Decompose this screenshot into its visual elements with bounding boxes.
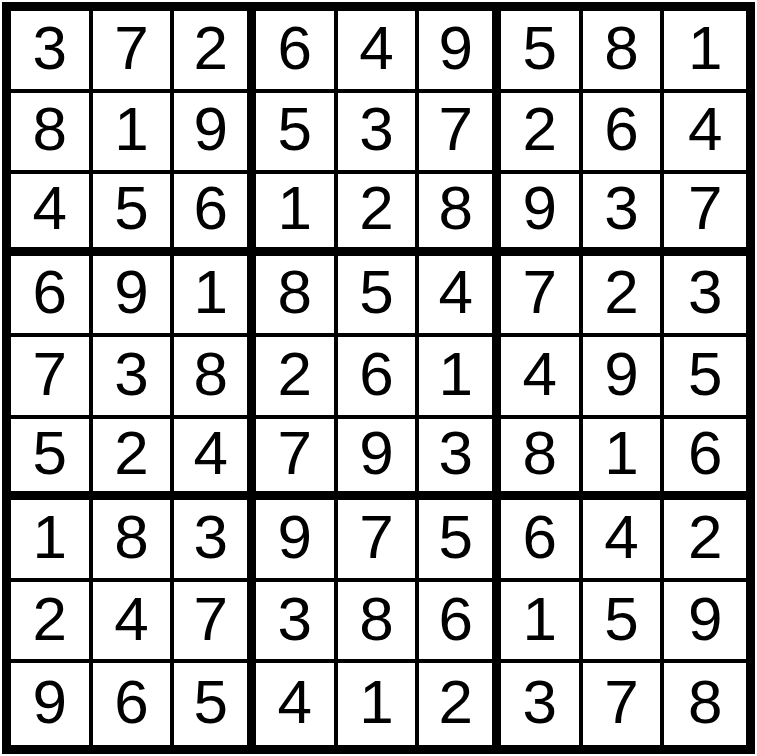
sudoku-cell-r6c6[interactable]: 3 [419,419,501,501]
sudoku-cell-r8c2[interactable]: 4 [93,582,175,664]
sudoku-cell-r8c9[interactable]: 9 [664,582,746,664]
sudoku-cell-r3c3[interactable]: 6 [174,174,256,256]
sudoku-cell-r4c4[interactable]: 8 [256,256,338,338]
sudoku-cell-r7c6[interactable]: 5 [419,500,501,582]
sudoku-cell-r5c8[interactable]: 9 [583,337,665,419]
sudoku-board: 3726495818195372644561289376918547237382… [2,2,755,754]
sudoku-cell-r5c7[interactable]: 4 [501,337,583,419]
sudoku-cell-r1c9[interactable]: 1 [664,11,746,93]
sudoku-cell-r3c9[interactable]: 7 [664,174,746,256]
sudoku-cell-r2c8[interactable]: 6 [583,93,665,175]
sudoku-cell-r1c3[interactable]: 2 [174,11,256,93]
sudoku-cell-r1c6[interactable]: 9 [419,11,501,93]
sudoku-cell-r8c7[interactable]: 1 [501,582,583,664]
sudoku-cell-r9c4[interactable]: 4 [256,663,338,745]
sudoku-cell-r9c5[interactable]: 1 [338,663,420,745]
sudoku-cell-r3c2[interactable]: 5 [93,174,175,256]
sudoku-cell-r4c5[interactable]: 5 [338,256,420,338]
sudoku-cell-r9c8[interactable]: 7 [583,663,665,745]
sudoku-cell-r2c6[interactable]: 7 [419,93,501,175]
sudoku-cell-r7c8[interactable]: 4 [583,500,665,582]
sudoku-cell-r8c5[interactable]: 8 [338,582,420,664]
sudoku-cell-r6c9[interactable]: 6 [664,419,746,501]
sudoku-cell-r9c9[interactable]: 8 [664,663,746,745]
sudoku-cell-r9c2[interactable]: 6 [93,663,175,745]
sudoku-cell-r1c2[interactable]: 7 [93,11,175,93]
sudoku-cell-r9c7[interactable]: 3 [501,663,583,745]
sudoku-cell-r5c9[interactable]: 5 [664,337,746,419]
sudoku-cell-r5c6[interactable]: 1 [419,337,501,419]
sudoku-cell-r4c3[interactable]: 1 [174,256,256,338]
sudoku-cell-r2c7[interactable]: 2 [501,93,583,175]
sudoku-cell-r7c7[interactable]: 6 [501,500,583,582]
sudoku-cell-r4c2[interactable]: 9 [93,256,175,338]
sudoku-cell-r7c2[interactable]: 8 [93,500,175,582]
sudoku-cell-r8c4[interactable]: 3 [256,582,338,664]
sudoku-cell-r8c3[interactable]: 7 [174,582,256,664]
sudoku-cell-r1c7[interactable]: 5 [501,11,583,93]
sudoku-cell-r9c3[interactable]: 5 [174,663,256,745]
sudoku-cell-r6c8[interactable]: 1 [583,419,665,501]
sudoku-cell-r7c1[interactable]: 1 [11,500,93,582]
sudoku-cell-r7c3[interactable]: 3 [174,500,256,582]
sudoku-cell-r9c6[interactable]: 2 [419,663,501,745]
sudoku-cell-r2c2[interactable]: 1 [93,93,175,175]
sudoku-cell-r5c4[interactable]: 2 [256,337,338,419]
sudoku-cell-r8c8[interactable]: 5 [583,582,665,664]
sudoku-cell-r1c4[interactable]: 6 [256,11,338,93]
sudoku-cell-r6c4[interactable]: 7 [256,419,338,501]
sudoku-cell-r5c5[interactable]: 6 [338,337,420,419]
sudoku-cell-r9c1[interactable]: 9 [11,663,93,745]
sudoku-cell-r2c1[interactable]: 8 [11,93,93,175]
sudoku-cell-r3c7[interactable]: 9 [501,174,583,256]
sudoku-cell-r6c7[interactable]: 8 [501,419,583,501]
sudoku-cell-r2c3[interactable]: 9 [174,93,256,175]
sudoku-cell-r6c2[interactable]: 2 [93,419,175,501]
sudoku-cell-r6c1[interactable]: 5 [11,419,93,501]
sudoku-cell-r5c1[interactable]: 7 [11,337,93,419]
sudoku-cell-r7c4[interactable]: 9 [256,500,338,582]
sudoku-cell-r7c9[interactable]: 2 [664,500,746,582]
sudoku-cell-r4c9[interactable]: 3 [664,256,746,338]
sudoku-cell-r4c8[interactable]: 2 [583,256,665,338]
sudoku-cell-r5c2[interactable]: 3 [93,337,175,419]
sudoku-cell-r5c3[interactable]: 8 [174,337,256,419]
sudoku-cell-r3c4[interactable]: 1 [256,174,338,256]
sudoku-page: 3726495818195372644561289376918547237382… [0,0,757,756]
sudoku-cell-r6c3[interactable]: 4 [174,419,256,501]
sudoku-cell-r1c8[interactable]: 8 [583,11,665,93]
sudoku-cell-r3c6[interactable]: 8 [419,174,501,256]
sudoku-cell-r6c5[interactable]: 9 [338,419,420,501]
sudoku-cell-r4c1[interactable]: 6 [11,256,93,338]
sudoku-cell-r2c9[interactable]: 4 [664,93,746,175]
sudoku-cell-r8c6[interactable]: 6 [419,582,501,664]
sudoku-cell-r4c6[interactable]: 4 [419,256,501,338]
sudoku-cell-r7c5[interactable]: 7 [338,500,420,582]
sudoku-cell-r3c8[interactable]: 3 [583,174,665,256]
sudoku-cell-r3c5[interactable]: 2 [338,174,420,256]
sudoku-cell-r2c5[interactable]: 3 [338,93,420,175]
sudoku-cell-r3c1[interactable]: 4 [11,174,93,256]
sudoku-cell-r8c1[interactable]: 2 [11,582,93,664]
sudoku-cell-r1c5[interactable]: 4 [338,11,420,93]
sudoku-cell-r2c4[interactable]: 5 [256,93,338,175]
sudoku-cell-r4c7[interactable]: 7 [501,256,583,338]
sudoku-cell-r1c1[interactable]: 3 [11,11,93,93]
